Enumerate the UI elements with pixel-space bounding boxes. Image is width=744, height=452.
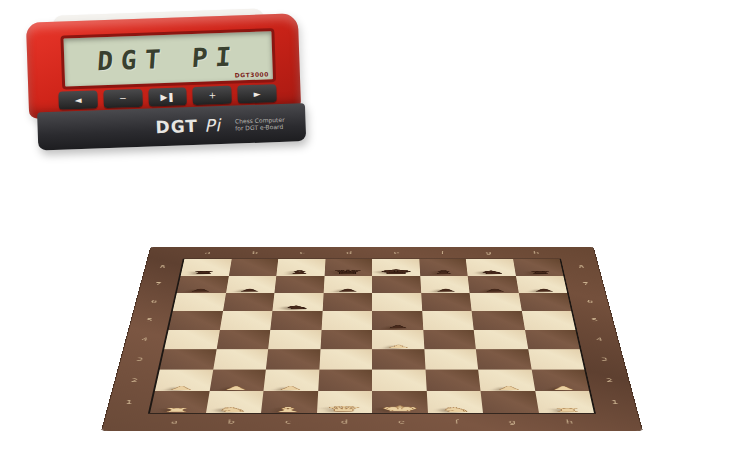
coord-label: d xyxy=(341,419,348,425)
piece-glyph: ♟ xyxy=(168,386,194,391)
coord-label: e xyxy=(398,419,405,425)
piece-glyph: ♜ xyxy=(552,407,582,413)
piece-glyph: ♟ xyxy=(223,386,249,391)
coord-label: g xyxy=(508,419,516,425)
white-pawn-e4[interactable]: ♟ xyxy=(372,330,424,350)
square-d3[interactable] xyxy=(319,349,372,369)
coord-label: 1 xyxy=(125,400,133,405)
piece-glyph: ♟ xyxy=(238,288,261,292)
square-f2[interactable] xyxy=(425,370,480,391)
square-a5[interactable] xyxy=(169,311,223,330)
coord-label: 2 xyxy=(606,378,614,383)
white-pawn-g2[interactable]: ♟ xyxy=(479,370,536,391)
coord-label: b xyxy=(227,419,235,425)
square-d4[interactable] xyxy=(320,330,372,349)
chess-board[interactable]: abcdefgh abcdefgh 12345678 12345678 ♜♝♛♚… xyxy=(102,247,642,431)
black-pawn-b7[interactable]: ♟ xyxy=(224,275,275,292)
coord-label: a xyxy=(205,251,211,255)
square-c3[interactable] xyxy=(266,349,320,369)
piece-glyph: ♟ xyxy=(496,386,522,391)
black-rook-h8[interactable]: ♜ xyxy=(514,259,565,276)
piece-glyph: ♟ xyxy=(277,386,302,391)
square-e3[interactable] xyxy=(372,349,425,369)
coord-label: 5 xyxy=(591,318,598,323)
square-e2[interactable] xyxy=(372,370,426,391)
piece-glyph: ♝ xyxy=(285,270,314,275)
coord-label: 7 xyxy=(582,282,589,286)
piece-glyph: ♟ xyxy=(336,288,358,292)
square-c7[interactable] xyxy=(274,276,324,293)
black-knight-g8[interactable]: ♞ xyxy=(467,259,517,276)
board-scene: abcdefgh abcdefgh 12345678 12345678 ♜♝♛♚… xyxy=(85,0,659,445)
square-g4[interactable] xyxy=(474,330,528,349)
coord-label: 3 xyxy=(136,357,144,362)
square-f5[interactable] xyxy=(422,311,474,330)
black-queen-d8[interactable]: ♛ xyxy=(324,259,372,276)
coord-label: 8 xyxy=(578,265,585,269)
coord-label: 4 xyxy=(596,337,604,342)
coord-label: f xyxy=(441,251,445,255)
white-pawn-c2[interactable]: ♟ xyxy=(262,370,318,391)
white-rook-h1[interactable]: ♜ xyxy=(536,391,596,413)
piece-glyph: ♟ xyxy=(189,288,212,292)
piece-glyph: ♞ xyxy=(478,270,507,275)
coord-label: h xyxy=(533,251,540,255)
piece-glyph: ♚ xyxy=(380,405,421,413)
square-h5[interactable] xyxy=(521,311,575,330)
coord-label: d xyxy=(346,251,352,255)
coord-label: 7 xyxy=(155,282,162,286)
square-d2[interactable] xyxy=(318,370,372,391)
square-b4[interactable] xyxy=(216,330,270,349)
square-b3[interactable] xyxy=(213,349,268,369)
square-c4[interactable] xyxy=(268,330,321,349)
piece-glyph: ♞ xyxy=(216,407,249,413)
piece-glyph: ♜ xyxy=(191,271,217,275)
piece-glyph: ♛ xyxy=(332,269,365,274)
black-pawn-d7[interactable]: ♟ xyxy=(323,275,372,292)
square-a3[interactable] xyxy=(160,349,216,369)
white-queen-d1[interactable]: ♛ xyxy=(316,391,372,413)
coord-label: 4 xyxy=(141,337,149,342)
square-e6[interactable] xyxy=(372,293,422,311)
square-f4[interactable] xyxy=(423,330,476,349)
square-g6[interactable] xyxy=(470,293,522,311)
white-pawn-h2[interactable]: ♟ xyxy=(533,370,591,391)
white-rook-a1[interactable]: ♜ xyxy=(148,391,208,413)
coord-label: e xyxy=(394,251,400,255)
piece-glyph: ♜ xyxy=(527,271,553,275)
square-h3[interactable] xyxy=(528,349,584,369)
square-b5[interactable] xyxy=(219,311,272,330)
coord-label: 1 xyxy=(611,400,619,405)
black-pawn-a7[interactable]: ♟ xyxy=(175,275,227,292)
square-b6[interactable] xyxy=(223,293,275,311)
square-d6[interactable] xyxy=(322,293,372,311)
square-g5[interactable] xyxy=(472,311,525,330)
white-bishop-c1[interactable]: ♝ xyxy=(260,391,317,413)
coord-label: 3 xyxy=(600,357,608,362)
file-labels-far: abcdefgh xyxy=(184,251,561,256)
black-bishop-c8[interactable]: ♝ xyxy=(276,259,325,276)
square-a4[interactable] xyxy=(164,330,219,349)
piece-glyph: ♝ xyxy=(430,270,459,275)
coord-label: a xyxy=(171,419,179,425)
coord-label: 6 xyxy=(150,300,157,304)
piece-glyph: ♟ xyxy=(532,288,555,292)
square-g3[interactable] xyxy=(476,349,531,369)
black-knight-c6[interactable]: ♞ xyxy=(272,293,323,311)
coord-label: c xyxy=(285,419,291,425)
coord-label: h xyxy=(565,419,573,425)
square-a6[interactable] xyxy=(173,293,226,311)
black-bishop-f8[interactable]: ♝ xyxy=(419,259,468,276)
square-b8[interactable] xyxy=(228,259,278,276)
square-f6[interactable] xyxy=(421,293,472,311)
black-pawn-h7[interactable]: ♟ xyxy=(517,275,569,292)
coord-label: f xyxy=(455,419,459,425)
piece-glyph: ♟ xyxy=(386,325,409,329)
coord-label: 6 xyxy=(586,300,593,304)
piece-glyph: ♚ xyxy=(379,269,414,275)
white-king-e1[interactable]: ♚ xyxy=(372,391,428,413)
square-e7[interactable] xyxy=(372,276,421,293)
coord-label: 5 xyxy=(146,318,153,323)
square-d5[interactable] xyxy=(321,311,372,330)
coord-label: 2 xyxy=(131,378,139,383)
black-pawn-e5[interactable]: ♟ xyxy=(372,311,423,330)
square-h6[interactable] xyxy=(518,293,571,311)
square-g1[interactable] xyxy=(481,391,539,413)
piece-glyph: ♜ xyxy=(162,407,192,413)
piece-glyph: ♞ xyxy=(439,407,472,413)
black-pawn-g7[interactable]: ♟ xyxy=(468,275,519,292)
coord-label: b xyxy=(252,251,258,255)
coord-label: 8 xyxy=(159,265,166,269)
piece-glyph: ♛ xyxy=(325,405,363,412)
coord-label: g xyxy=(486,251,492,255)
square-f3[interactable] xyxy=(424,349,478,369)
piece-glyph: ♟ xyxy=(386,344,410,348)
black-rook-a8[interactable]: ♜ xyxy=(179,259,230,276)
file-labels-near: abcdefgh xyxy=(145,419,598,426)
white-knight-b1[interactable]: ♞ xyxy=(204,391,263,413)
piece-glyph: ♝ xyxy=(271,406,305,412)
white-pawn-b2[interactable]: ♟ xyxy=(208,370,265,391)
piece-glyph: ♞ xyxy=(282,305,312,310)
white-knight-f1[interactable]: ♞ xyxy=(427,391,484,413)
piece-glyph: ♟ xyxy=(483,288,506,292)
white-pawn-a2[interactable]: ♟ xyxy=(153,370,211,391)
black-pawn-f7[interactable]: ♟ xyxy=(420,275,470,292)
black-king-e8[interactable]: ♚ xyxy=(372,259,420,276)
square-c5[interactable] xyxy=(270,311,322,330)
square-h4[interactable] xyxy=(525,330,580,349)
piece-glyph: ♟ xyxy=(434,288,457,292)
coord-label: c xyxy=(299,251,304,255)
piece-glyph: ♟ xyxy=(550,386,576,391)
